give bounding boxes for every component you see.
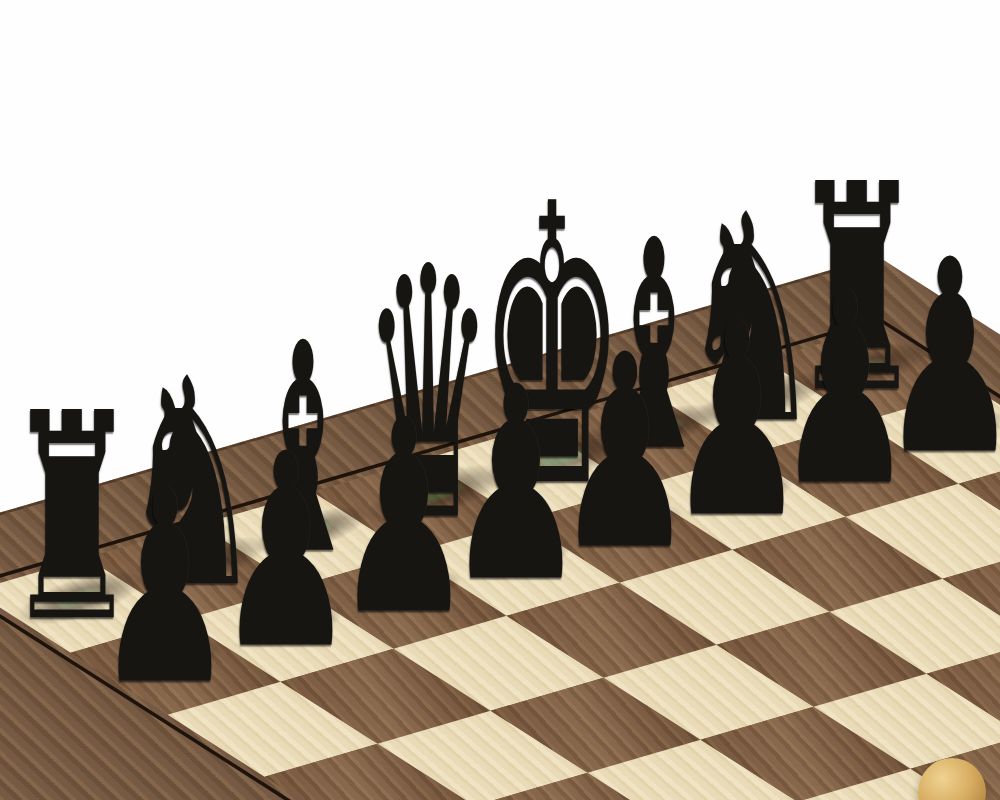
chess-board [0,256,1000,800]
playing-area [0,327,1000,800]
product-photo-scene: ♜♞♝♛♚♝♞♜♟♟♟♟♟♟♟♟ [0,0,1000,800]
